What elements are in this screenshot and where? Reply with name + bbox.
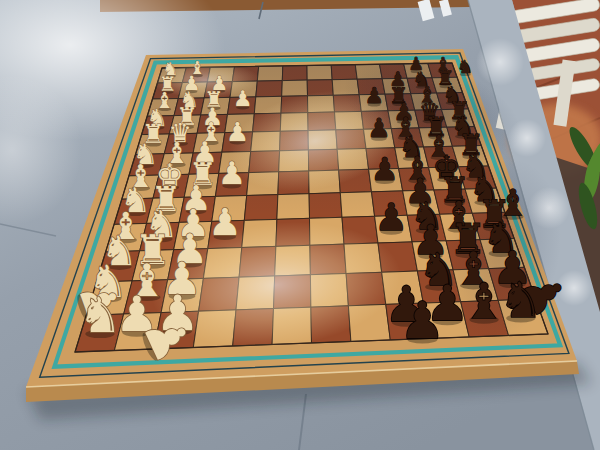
white-pawn[interactable]: ♟ xyxy=(226,117,249,147)
black-pawn[interactable]: ♟ xyxy=(375,195,408,239)
piece-glyph: ♟ xyxy=(367,113,390,143)
black-pawn[interactable]: ♟ xyxy=(367,113,390,143)
piece-glyph: ♟ xyxy=(364,83,383,108)
black-pawn[interactable]: ♟ xyxy=(370,151,398,187)
photo-scene: ♞♝♟♝♞♜♟♟♟♞♜♝♞♜♟♟♜♝♞♞♜♟♟♛♜♜♛♝♟♟♝♜♞♞♝♟♞♝♜♝… xyxy=(0,0,600,450)
piece-glyph: ♟ xyxy=(208,200,241,244)
piece-glyph: ♟ xyxy=(233,86,252,111)
black-pawn[interactable]: ♟ xyxy=(400,291,446,350)
sun-dapple-edge xyxy=(476,38,524,86)
piece-glyph: ♟ xyxy=(226,117,249,147)
piece-glyph: ♟ xyxy=(370,151,398,187)
white-pawn[interactable]: ♟ xyxy=(208,200,241,244)
piece-glyph: ♟ xyxy=(400,291,446,350)
black-knight[interactable]: ♞ xyxy=(457,56,473,77)
black-knight[interactable]: ♞ xyxy=(499,272,543,328)
white-pawn[interactable]: ♟ xyxy=(218,155,246,191)
chessboard-photo: ♞♝♟♝♞♜♟♟♟♞♜♝♞♜♟♟♜♝♞♞♜♟♟♛♜♜♛♝♟♟♝♜♞♞♝♟♞♝♜♝… xyxy=(0,0,600,450)
black-pawn[interactable]: ♟ xyxy=(364,83,383,108)
piece-glyph: ♞ xyxy=(499,272,543,328)
piece-glyph: ♟ xyxy=(218,155,246,191)
piece-glyph: ♟ xyxy=(375,195,408,239)
white-pawn[interactable]: ♟ xyxy=(233,86,252,111)
piece-glyph: ♞ xyxy=(457,56,473,77)
